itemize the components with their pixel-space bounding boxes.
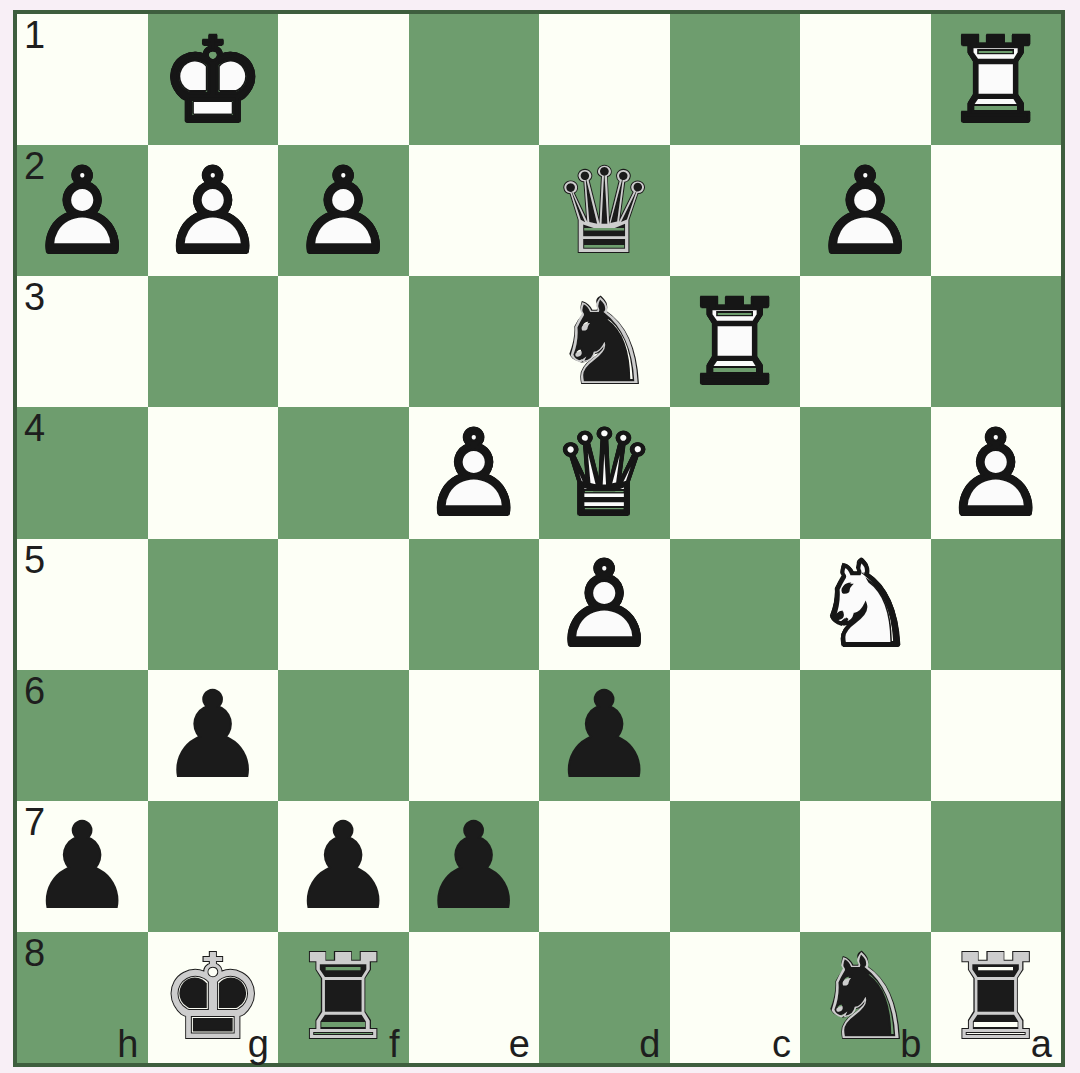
piece-glyph-outline: ♙ <box>812 152 918 270</box>
chess-board: 1♚♔♜♖2♟♙♟♙♟♙♛♕♟♙3♞♘♜♖4♟♙♛♕♟♙5♟♙♞♘6♟♟7♟♟♟… <box>13 10 1065 1067</box>
piece-glyph-outline: ♙ <box>421 414 527 532</box>
board-grid: 1♚♔♜♖2♟♙♟♙♟♙♛♕♟♙3♞♘♜♖4♟♙♛♕♟♙5♟♙♞♘6♟♟7♟♟♟… <box>17 14 1061 1063</box>
square-e3[interactable] <box>409 276 540 407</box>
square-g6[interactable]: ♟ <box>148 670 279 801</box>
piece-glyph-fill: ♟ <box>29 807 135 925</box>
square-c3[interactable]: ♜♖ <box>670 276 801 407</box>
piece-glyph-outline: ♙ <box>943 414 1049 532</box>
black-pawn[interactable]: ♟ <box>539 670 670 801</box>
black-king[interactable]: ♚♔ <box>148 932 279 1063</box>
rank-label-3: 3 <box>24 276 45 320</box>
square-h1[interactable]: 1 <box>17 14 148 145</box>
black-rook[interactable]: ♜♖ <box>278 932 409 1063</box>
square-c6[interactable] <box>670 670 801 801</box>
white-pawn[interactable]: ♟♙ <box>800 145 931 276</box>
piece-glyph-outline: ♘ <box>812 545 918 663</box>
black-pawn[interactable]: ♟ <box>17 801 148 932</box>
square-b3[interactable] <box>800 276 931 407</box>
square-f4[interactable] <box>278 407 409 538</box>
rank-label-4: 4 <box>24 407 45 451</box>
rank-label-6: 6 <box>24 670 45 714</box>
piece-glyph-fill: ♟ <box>160 676 266 794</box>
square-b7[interactable] <box>800 801 931 932</box>
piece-glyph-outline: ♘ <box>812 938 918 1056</box>
square-e1[interactable] <box>409 14 540 145</box>
square-a6[interactable] <box>931 670 1062 801</box>
square-d3[interactable]: ♞♘ <box>539 276 670 407</box>
white-knight[interactable]: ♞♘ <box>800 539 931 670</box>
square-h5[interactable]: 5 <box>17 539 148 670</box>
square-b1[interactable] <box>800 14 931 145</box>
piece-glyph-outline: ♙ <box>29 152 135 270</box>
piece-glyph-outline: ♔ <box>160 21 266 139</box>
piece-glyph-outline: ♖ <box>943 938 1049 1056</box>
square-a2[interactable] <box>931 145 1062 276</box>
white-king[interactable]: ♚♔ <box>148 14 279 145</box>
square-f1[interactable] <box>278 14 409 145</box>
square-g8[interactable]: g♚♔ <box>148 932 279 1063</box>
black-pawn[interactable]: ♟ <box>278 801 409 932</box>
square-d6[interactable]: ♟ <box>539 670 670 801</box>
piece-glyph-fill: ♟ <box>290 807 396 925</box>
piece-glyph-outline: ♕ <box>551 414 657 532</box>
piece-glyph-outline: ♙ <box>551 545 657 663</box>
square-b5[interactable]: ♞♘ <box>800 539 931 670</box>
white-pawn[interactable]: ♟♙ <box>539 539 670 670</box>
file-label-h: h <box>117 1023 138 1067</box>
square-f6[interactable] <box>278 670 409 801</box>
square-f7[interactable]: ♟ <box>278 801 409 932</box>
square-h8[interactable]: 8h <box>17 932 148 1063</box>
white-rook[interactable]: ♜♖ <box>931 14 1062 145</box>
square-d1[interactable] <box>539 14 670 145</box>
square-h3[interactable]: 3 <box>17 276 148 407</box>
black-queen[interactable]: ♛♕ <box>539 145 670 276</box>
piece-glyph-outline: ♖ <box>682 283 788 401</box>
square-b4[interactable] <box>800 407 931 538</box>
square-c4[interactable] <box>670 407 801 538</box>
square-c8[interactable]: c <box>670 932 801 1063</box>
white-rook[interactable]: ♜♖ <box>670 276 801 407</box>
piece-glyph-outline: ♘ <box>551 283 657 401</box>
rank-label-8: 8 <box>24 932 45 976</box>
square-c7[interactable] <box>670 801 801 932</box>
square-f8[interactable]: f♜♖ <box>278 932 409 1063</box>
black-knight[interactable]: ♞♘ <box>800 932 931 1063</box>
square-f5[interactable] <box>278 539 409 670</box>
rank-label-5: 5 <box>24 539 45 583</box>
square-g2[interactable]: ♟♙ <box>148 145 279 276</box>
square-e4[interactable]: ♟♙ <box>409 407 540 538</box>
piece-glyph-outline: ♖ <box>943 21 1049 139</box>
black-pawn[interactable]: ♟ <box>409 801 540 932</box>
square-a1[interactable]: ♜♖ <box>931 14 1062 145</box>
piece-glyph-outline: ♕ <box>551 152 657 270</box>
square-g3[interactable] <box>148 276 279 407</box>
piece-glyph-fill: ♟ <box>421 807 527 925</box>
square-d7[interactable] <box>539 801 670 932</box>
square-e7[interactable]: ♟ <box>409 801 540 932</box>
square-h4[interactable]: 4 <box>17 407 148 538</box>
black-knight[interactable]: ♞♘ <box>539 276 670 407</box>
square-e6[interactable] <box>409 670 540 801</box>
white-queen[interactable]: ♛♕ <box>539 407 670 538</box>
square-c5[interactable] <box>670 539 801 670</box>
black-rook[interactable]: ♜♖ <box>931 932 1062 1063</box>
square-b6[interactable] <box>800 670 931 801</box>
square-a4[interactable]: ♟♙ <box>931 407 1062 538</box>
square-d4[interactable]: ♛♕ <box>539 407 670 538</box>
square-e5[interactable] <box>409 539 540 670</box>
square-a7[interactable] <box>931 801 1062 932</box>
white-pawn[interactable]: ♟♙ <box>17 145 148 276</box>
file-label-d: d <box>639 1023 660 1067</box>
piece-glyph-outline: ♔ <box>160 938 266 1056</box>
square-g4[interactable] <box>148 407 279 538</box>
square-h6[interactable]: 6 <box>17 670 148 801</box>
piece-glyph-outline: ♙ <box>290 152 396 270</box>
square-a3[interactable] <box>931 276 1062 407</box>
square-d8[interactable]: d <box>539 932 670 1063</box>
square-a5[interactable] <box>931 539 1062 670</box>
square-h2[interactable]: 2♟♙ <box>17 145 148 276</box>
square-h7[interactable]: 7♟ <box>17 801 148 932</box>
square-c1[interactable] <box>670 14 801 145</box>
file-label-e: e <box>509 1023 530 1067</box>
square-c2[interactable] <box>670 145 801 276</box>
white-pawn[interactable]: ♟♙ <box>278 145 409 276</box>
piece-glyph-outline: ♖ <box>290 938 396 1056</box>
square-f2[interactable]: ♟♙ <box>278 145 409 276</box>
square-b8[interactable]: b♞♘ <box>800 932 931 1063</box>
white-pawn[interactable]: ♟♙ <box>148 145 279 276</box>
square-d2[interactable]: ♛♕ <box>539 145 670 276</box>
square-f3[interactable] <box>278 276 409 407</box>
piece-glyph-outline: ♙ <box>160 152 266 270</box>
square-b2[interactable]: ♟♙ <box>800 145 931 276</box>
square-g7[interactable] <box>148 801 279 932</box>
black-pawn[interactable]: ♟ <box>148 670 279 801</box>
square-e8[interactable]: e <box>409 932 540 1063</box>
white-pawn[interactable]: ♟♙ <box>931 407 1062 538</box>
square-d5[interactable]: ♟♙ <box>539 539 670 670</box>
square-g5[interactable] <box>148 539 279 670</box>
square-g1[interactable]: ♚♔ <box>148 14 279 145</box>
square-e2[interactable] <box>409 145 540 276</box>
piece-glyph-fill: ♟ <box>551 676 657 794</box>
square-a8[interactable]: a♜♖ <box>931 932 1062 1063</box>
file-label-c: c <box>772 1023 791 1067</box>
rank-label-1: 1 <box>24 14 45 58</box>
white-pawn[interactable]: ♟♙ <box>409 407 540 538</box>
